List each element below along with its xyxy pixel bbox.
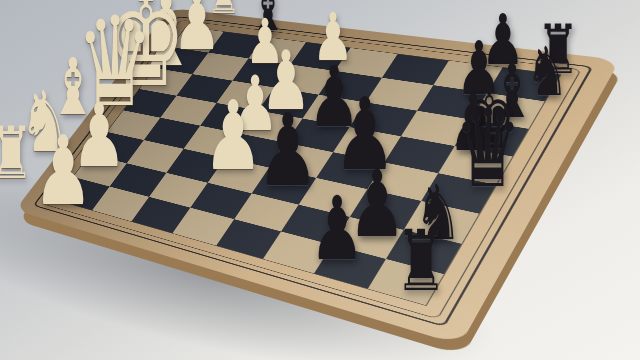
piece-white-pawn-a2[interactable]: ♟ [33,123,93,219]
piece-black-rook-a8[interactable]: ♜ [395,219,448,303]
piece-white-pawn-c4[interactable]: ♟ [203,88,263,184]
photo-stage: ♜♝♟♟♟♟♝♜♚♟♞♛♟♝♝♟♟♚♟♞♟♟♟♜♟♛♟♟♞♟♜ [0,0,640,360]
piece-white-rook-a1[interactable]: ♜ [0,117,34,189]
piece-black-queen-d8[interactable]: ♛ [454,95,522,203]
piece-black-pawn-a6[interactable]: ♟ [309,185,364,273]
